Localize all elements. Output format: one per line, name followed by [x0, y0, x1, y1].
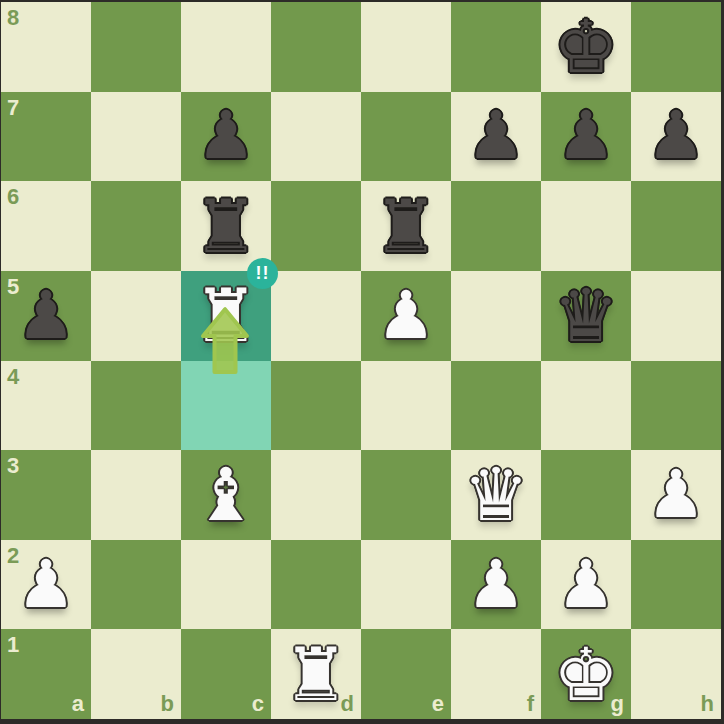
square-g6[interactable]: [541, 181, 631, 271]
file-label-a: a: [72, 693, 84, 715]
square-d5[interactable]: [271, 271, 361, 361]
piece-black-queen-g5[interactable]: ♛: [541, 271, 631, 361]
square-a8[interactable]: 8: [1, 2, 91, 92]
square-b6[interactable]: [91, 181, 181, 271]
square-d1[interactable]: d♜: [271, 629, 361, 719]
square-h5[interactable]: [631, 271, 721, 361]
brilliant-move-badge: !!: [247, 258, 278, 289]
piece-white-rook-d1[interactable]: ♜: [271, 629, 361, 719]
square-f8[interactable]: [451, 2, 541, 92]
piece-black-rook-e6[interactable]: ♜: [361, 181, 451, 271]
square-h6[interactable]: [631, 181, 721, 271]
square-c7[interactable]: ♟: [181, 92, 271, 182]
square-c6[interactable]: ♜: [181, 181, 271, 271]
square-b2[interactable]: [91, 540, 181, 630]
square-e5[interactable]: ♟: [361, 271, 451, 361]
file-label-c: c: [252, 693, 264, 715]
rank-label-6: 6: [7, 186, 19, 208]
piece-black-pawn-h7[interactable]: ♟: [631, 92, 721, 182]
piece-black-rook-c6[interactable]: ♜: [181, 181, 271, 271]
square-g1[interactable]: g♚: [541, 629, 631, 719]
square-a1[interactable]: 1a: [1, 629, 91, 719]
square-e6[interactable]: ♜: [361, 181, 451, 271]
square-d2[interactable]: [271, 540, 361, 630]
rank-label-1: 1: [7, 634, 19, 656]
square-f2[interactable]: ♟: [451, 540, 541, 630]
square-f3[interactable]: ♛: [451, 450, 541, 540]
square-g5[interactable]: ♛: [541, 271, 631, 361]
square-d3[interactable]: [271, 450, 361, 540]
piece-white-queen-f3[interactable]: ♛: [451, 450, 541, 540]
square-f1[interactable]: f: [451, 629, 541, 719]
square-h4[interactable]: [631, 361, 721, 451]
square-e3[interactable]: [361, 450, 451, 540]
piece-white-pawn-h3[interactable]: ♟: [631, 450, 721, 540]
square-e7[interactable]: [361, 92, 451, 182]
piece-white-bishop-c3[interactable]: ♝: [181, 450, 271, 540]
piece-white-pawn-a2[interactable]: ♟: [1, 540, 91, 630]
square-d4[interactable]: [271, 361, 361, 451]
square-f5[interactable]: [451, 271, 541, 361]
piece-white-king-g1[interactable]: ♚: [541, 629, 631, 719]
square-g4[interactable]: [541, 361, 631, 451]
square-b1[interactable]: b: [91, 629, 181, 719]
square-b4[interactable]: [91, 361, 181, 451]
square-h2[interactable]: [631, 540, 721, 630]
square-a2[interactable]: 2♟: [1, 540, 91, 630]
square-c8[interactable]: [181, 2, 271, 92]
square-c1[interactable]: c: [181, 629, 271, 719]
file-label-h: h: [701, 693, 714, 715]
square-a7[interactable]: 7: [1, 92, 91, 182]
square-f4[interactable]: [451, 361, 541, 451]
piece-white-pawn-f2[interactable]: ♟: [451, 540, 541, 630]
file-label-f: f: [527, 693, 534, 715]
square-e4[interactable]: [361, 361, 451, 451]
square-a4[interactable]: 4: [1, 361, 91, 451]
square-e1[interactable]: e: [361, 629, 451, 719]
rank-label-8: 8: [7, 7, 19, 29]
file-label-b: b: [161, 693, 174, 715]
piece-white-pawn-e5[interactable]: ♟: [361, 271, 451, 361]
square-g3[interactable]: [541, 450, 631, 540]
square-b3[interactable]: [91, 450, 181, 540]
chess-board[interactable]: 8♚7♟♟♟♟6♜♜5♟♜♟♛43♝♛♟2♟♟♟1abcd♜efg♚h: [1, 2, 721, 719]
square-f7[interactable]: ♟: [451, 92, 541, 182]
rank-label-3: 3: [7, 455, 19, 477]
square-d8[interactable]: [271, 2, 361, 92]
square-a6[interactable]: 6: [1, 181, 91, 271]
square-a3[interactable]: 3: [1, 450, 91, 540]
square-g2[interactable]: ♟: [541, 540, 631, 630]
piece-white-pawn-g2[interactable]: ♟: [541, 540, 631, 630]
square-c3[interactable]: ♝: [181, 450, 271, 540]
piece-black-pawn-a5[interactable]: ♟: [1, 271, 91, 361]
square-b8[interactable]: [91, 2, 181, 92]
square-h1[interactable]: h: [631, 629, 721, 719]
square-h3[interactable]: ♟: [631, 450, 721, 540]
square-f6[interactable]: [451, 181, 541, 271]
square-h7[interactable]: ♟: [631, 92, 721, 182]
piece-black-pawn-c7[interactable]: ♟: [181, 92, 271, 182]
square-b5[interactable]: [91, 271, 181, 361]
square-h8[interactable]: [631, 2, 721, 92]
square-c2[interactable]: [181, 540, 271, 630]
brilliant-badge-text: !!: [256, 264, 270, 282]
rank-label-7: 7: [7, 97, 19, 119]
piece-black-king-g8[interactable]: ♚: [541, 2, 631, 92]
file-label-e: e: [432, 693, 444, 715]
piece-black-pawn-g7[interactable]: ♟: [541, 92, 631, 182]
chess-app-stage: 8♚7♟♟♟♟6♜♜5♟♜♟♛43♝♛♟2♟♟♟1abcd♜efg♚h !!: [0, 0, 724, 724]
square-e8[interactable]: [361, 2, 451, 92]
square-d6[interactable]: [271, 181, 361, 271]
square-c4[interactable]: [181, 361, 271, 451]
square-d7[interactable]: [271, 92, 361, 182]
piece-black-pawn-f7[interactable]: ♟: [451, 92, 541, 182]
square-e2[interactable]: [361, 540, 451, 630]
square-a5[interactable]: 5♟: [1, 271, 91, 361]
square-g7[interactable]: ♟: [541, 92, 631, 182]
square-g8[interactable]: ♚: [541, 2, 631, 92]
square-b7[interactable]: [91, 92, 181, 182]
rank-label-4: 4: [7, 366, 19, 388]
